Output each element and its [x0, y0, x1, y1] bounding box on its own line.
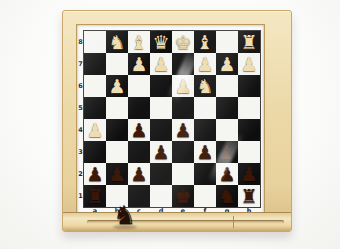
square-f7: ♟ — [194, 53, 216, 75]
square-h2: ♟ — [238, 163, 260, 185]
black-pawn-g2: ♟ — [216, 163, 238, 185]
square-e3 — [172, 141, 194, 163]
square-c6 — [128, 75, 150, 97]
square-f8: ♝ — [194, 31, 216, 53]
black-knight-g1: ♞ — [216, 185, 238, 207]
square-e2 — [172, 163, 194, 185]
square-e1: ♚ — [172, 185, 194, 207]
black-pawn-b2: ♟ — [106, 163, 128, 185]
square-b7 — [106, 53, 128, 75]
white-knight-f6: ♞ — [194, 75, 216, 97]
square-b3 — [106, 141, 128, 163]
rank-label-8: 8 — [77, 31, 84, 53]
white-pawn-h7: ♟ — [238, 53, 260, 75]
square-c3 — [128, 141, 150, 163]
black-king-e1: ♚ — [172, 185, 194, 207]
black-rook-a1: ♜ — [84, 185, 106, 207]
square-e7 — [172, 53, 194, 75]
square-b4 — [106, 119, 128, 141]
square-c2: ♟ — [128, 163, 150, 185]
square-d7: ♟ — [150, 53, 172, 75]
white-rook-h8: ♜ — [238, 31, 260, 53]
product-photo: 87654321 ♞♝♛♚♝♜♟♟♟♟♟♟♟♞♟♟♟♟♟♝♟♟♟♟♟♜♚♞♜ a… — [0, 0, 340, 249]
square-g8 — [216, 31, 238, 53]
black-bishop-g3: ♝ — [216, 141, 238, 163]
black-pawn-c2: ♟ — [128, 163, 150, 185]
white-queen-d8: ♛ — [150, 31, 172, 53]
square-g7: ♟ — [216, 53, 238, 75]
square-e5 — [172, 97, 194, 119]
square-h8: ♜ — [238, 31, 260, 53]
white-bishop-f8: ♝ — [194, 31, 216, 53]
square-a1: ♜ — [84, 185, 106, 207]
tray-rail — [63, 212, 291, 231]
square-e8: ♚ — [172, 31, 194, 53]
square-a5 — [84, 97, 106, 119]
square-e4: ♟ — [172, 119, 194, 141]
square-c5 — [128, 97, 150, 119]
white-king-e8: ♚ — [172, 31, 194, 53]
rank-labels: 87654321 — [77, 31, 84, 207]
white-pawn-d7: ♟ — [150, 53, 172, 75]
black-pawn-d3: ♟ — [150, 141, 172, 163]
white-pawn-f7: ♟ — [194, 53, 216, 75]
square-h4 — [238, 119, 260, 141]
square-a3 — [84, 141, 106, 163]
square-h6 — [238, 75, 260, 97]
square-b8: ♞ — [106, 31, 128, 53]
black-rook-h1: ♜ — [238, 185, 260, 207]
square-b2: ♟ — [106, 163, 128, 185]
square-f5 — [194, 97, 216, 119]
square-h5 — [238, 97, 260, 119]
black-pawn-a2: ♟ — [84, 163, 106, 185]
square-h1: ♜ — [238, 185, 260, 207]
rank-label-3: 3 — [77, 141, 84, 163]
square-h7: ♟ — [238, 53, 260, 75]
square-f6: ♞ — [194, 75, 216, 97]
square-b6: ♟ — [106, 75, 128, 97]
square-a8 — [84, 31, 106, 53]
black-pawn-e4: ♟ — [172, 119, 194, 141]
rail-divider — [233, 216, 234, 228]
rank-label-6: 6 — [77, 75, 84, 97]
square-d2 — [150, 163, 172, 185]
square-c8: ♝ — [128, 31, 150, 53]
black-pawn-c4: ♟ — [128, 119, 150, 141]
square-g4 — [216, 119, 238, 141]
square-g2: ♟ — [216, 163, 238, 185]
chess-board: ♞♝♛♚♝♜♟♟♟♟♟♟♟♞♟♟♟♟♟♝♟♟♟♟♟♜♚♞♜ — [84, 31, 260, 207]
square-c7: ♟ — [128, 53, 150, 75]
square-d1 — [150, 185, 172, 207]
square-f4 — [194, 119, 216, 141]
square-g1: ♞ — [216, 185, 238, 207]
white-pawn-c7: ♟ — [128, 53, 150, 75]
square-d8: ♛ — [150, 31, 172, 53]
square-g5 — [216, 97, 238, 119]
square-g3: ♝ — [216, 141, 238, 163]
wooden-frame: 87654321 ♞♝♛♚♝♜♟♟♟♟♟♟♟♞♟♟♟♟♟♝♟♟♟♟♟♜♚♞♜ a… — [62, 10, 292, 232]
tray-knight-icon: ♞ — [113, 202, 136, 228]
square-a2: ♟ — [84, 163, 106, 185]
white-pawn-g7: ♟ — [216, 53, 238, 75]
black-pawn-h2: ♟ — [238, 163, 260, 185]
rank-label-7: 7 — [77, 53, 84, 75]
square-f1 — [194, 185, 216, 207]
square-d3: ♟ — [150, 141, 172, 163]
square-c4: ♟ — [128, 119, 150, 141]
square-a7 — [84, 53, 106, 75]
rank-label-2: 2 — [77, 163, 84, 185]
white-knight-b8: ♞ — [106, 31, 128, 53]
square-d5 — [150, 97, 172, 119]
white-pawn-e6: ♟ — [172, 75, 194, 97]
square-a6 — [84, 75, 106, 97]
square-e6: ♟ — [172, 75, 194, 97]
square-b5 — [106, 97, 128, 119]
square-h3 — [238, 141, 260, 163]
white-bishop-c8: ♝ — [128, 31, 150, 53]
white-pawn-b6: ♟ — [106, 75, 128, 97]
square-d4 — [150, 119, 172, 141]
square-f2 — [194, 163, 216, 185]
square-g6 — [216, 75, 238, 97]
rank-label-5: 5 — [77, 97, 84, 119]
black-pawn-f3: ♟ — [194, 141, 216, 163]
board-panel: 87654321 ♞♝♛♚♝♜♟♟♟♟♟♟♟♞♟♟♟♟♟♝♟♟♟♟♟♜♚♞♜ a… — [77, 25, 264, 215]
rank-label-4: 4 — [77, 119, 84, 141]
white-pawn-a4: ♟ — [84, 119, 106, 141]
square-f3: ♟ — [194, 141, 216, 163]
square-a4: ♟ — [84, 119, 106, 141]
square-d6 — [150, 75, 172, 97]
rank-label-1: 1 — [77, 185, 84, 207]
